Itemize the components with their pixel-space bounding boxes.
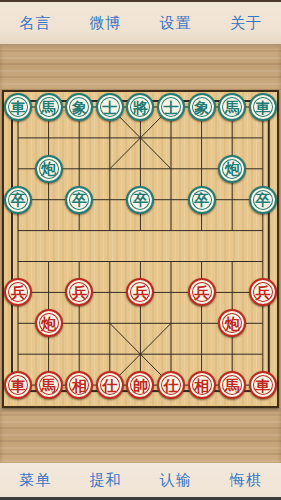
wood-background-bottom	[0, 408, 281, 463]
menu-item-about[interactable]: 关于	[230, 14, 262, 33]
piece-black-象-r0c2[interactable]: 象	[65, 93, 93, 121]
menu-item-undo-move[interactable]: 悔棋	[230, 471, 262, 490]
menu-item-menu[interactable]: 菜单	[19, 471, 51, 490]
menu-item-settings[interactable]: 设置	[160, 14, 192, 33]
piece-black-士-r0c5[interactable]: 士	[157, 93, 185, 121]
piece-red-兵-r6c8[interactable]: 兵	[249, 278, 277, 306]
piece-black-馬-r0c7[interactable]: 馬	[218, 93, 246, 121]
piece-red-馬-r9c1[interactable]: 馬	[35, 371, 63, 399]
piece-red-相-r9c2[interactable]: 相	[65, 371, 93, 399]
piece-red-仕-r9c3[interactable]: 仕	[96, 371, 124, 399]
piece-red-炮-r7c7[interactable]: 炮	[218, 309, 246, 337]
piece-black-炮-r2c7[interactable]: 炮	[218, 155, 246, 183]
menu-item-offer-draw[interactable]: 提和	[89, 471, 121, 490]
piece-black-卒-r3c6[interactable]: 卒	[188, 186, 216, 214]
piece-black-車-r0c0[interactable]: 車	[4, 93, 32, 121]
piece-black-卒-r3c0[interactable]: 卒	[4, 186, 32, 214]
app-screen: 名言 微博 设置 关于 車馬象士將士象馬車炮炮卒卒卒卒卒兵兵兵兵兵炮炮車馬相仕帥…	[0, 0, 281, 500]
piece-red-車-r9c8[interactable]: 車	[249, 371, 277, 399]
piece-black-士-r0c3[interactable]: 士	[96, 93, 124, 121]
piece-black-馬-r0c1[interactable]: 馬	[35, 93, 63, 121]
piece-red-兵-r6c6[interactable]: 兵	[188, 278, 216, 306]
piece-red-馬-r9c7[interactable]: 馬	[218, 371, 246, 399]
xiangqi-board[interactable]: 車馬象士將士象馬車炮炮卒卒卒卒卒兵兵兵兵兵炮炮車馬相仕帥仕相馬車	[2, 90, 279, 408]
piece-red-兵-r6c2[interactable]: 兵	[65, 278, 93, 306]
piece-black-象-r0c6[interactable]: 象	[188, 93, 216, 121]
pieces-grid: 車馬象士將士象馬車炮炮卒卒卒卒卒兵兵兵兵兵炮炮車馬相仕帥仕相馬車	[3, 92, 278, 401]
menu-item-resign[interactable]: 认输	[160, 471, 192, 490]
piece-black-卒-r3c2[interactable]: 卒	[65, 186, 93, 214]
menu-item-quotes[interactable]: 名言	[19, 14, 51, 33]
wood-background-top	[0, 44, 281, 90]
top-menu-bar: 名言 微博 设置 关于	[0, 2, 281, 44]
piece-red-炮-r7c1[interactable]: 炮	[35, 309, 63, 337]
piece-black-卒-r3c8[interactable]: 卒	[249, 186, 277, 214]
piece-red-車-r9c0[interactable]: 車	[4, 371, 32, 399]
piece-black-卒-r3c4[interactable]: 卒	[126, 186, 154, 214]
piece-red-帥-r9c4[interactable]: 帥	[126, 371, 154, 399]
piece-black-炮-r2c1[interactable]: 炮	[35, 155, 63, 183]
piece-red-兵-r6c4[interactable]: 兵	[126, 278, 154, 306]
bottom-menu-bar: 菜单 提和 认输 悔棋	[0, 463, 281, 497]
piece-black-將-r0c4[interactable]: 將	[126, 93, 154, 121]
menu-item-weibo[interactable]: 微博	[89, 14, 121, 33]
piece-red-相-r9c6[interactable]: 相	[188, 371, 216, 399]
piece-red-仕-r9c5[interactable]: 仕	[157, 371, 185, 399]
piece-black-車-r0c8[interactable]: 車	[249, 93, 277, 121]
piece-red-兵-r6c0[interactable]: 兵	[4, 278, 32, 306]
